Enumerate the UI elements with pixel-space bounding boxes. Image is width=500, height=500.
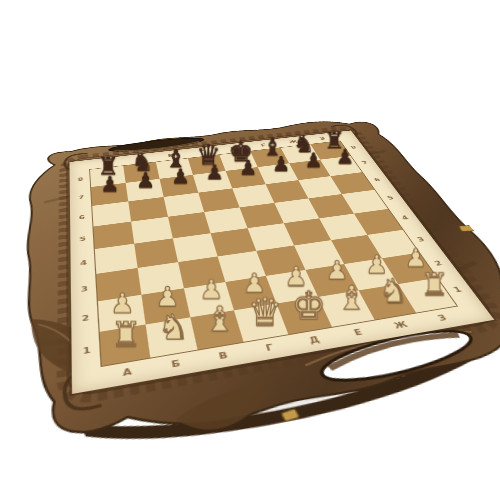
brass-latch [459,226,475,232]
piece-white-knight-g1: ♞ [371,271,415,313]
piece-black-pawn-d7: ♟ [197,156,231,189]
piece-white-knight-b1: ♞ [150,305,197,350]
rank-label-3: 3 [74,274,95,305]
rank-label-8: 8 [72,170,89,189]
rank-label-5: 5 [73,227,92,252]
rank-label-7: 7 [73,187,91,208]
piece-black-pawn-a7: ♟ [92,168,127,202]
piece-black-pawn-h7: ♟ [329,141,362,172]
piece-white-queen-d1: ♛ [242,291,288,335]
rank-label-6: 6 [73,206,92,229]
product-photo-chess-set: АБВГДЕЖЗ АБВГДЕЖЗ 87654321 87654321 ♜♞♝♛… [0,0,500,500]
piece-cell-a5 [93,221,134,248]
piece-cell-e4 [248,223,295,251]
chess-set: АБВГДЕЖЗ АБВГДЕЖЗ 87654321 87654321 ♜♞♝♛… [0,113,500,480]
piece-black-pawn-e7: ♟ [231,152,265,184]
piece-white-king-e1: ♚ [286,284,331,327]
piece-cell-c5 [168,212,211,238]
piece-black-pawn-c7: ♟ [163,160,198,193]
piece-white-rook-a1: ♜ [102,312,150,357]
piece-black-pawn-g7: ♟ [297,144,330,176]
piece-cell-b4 [134,238,178,268]
piece-white-bishop-f1: ♝ [329,277,374,319]
piece-cell-b6 [128,197,168,222]
piece-black-pawn-f7: ♟ [264,148,298,180]
piece-cell-a7: ♟ [91,183,128,206]
rank-label-2: 2 [75,302,98,336]
piece-white-rook-h1: ♜ [413,264,457,305]
rank-label-1: 1 [75,332,99,370]
piece-black-pawn-b7: ♟ [128,164,163,197]
piece-white-bishop-c1: ♝ [196,298,243,342]
rank-label-4: 4 [74,249,94,277]
piece-cell-c4 [173,233,218,262]
